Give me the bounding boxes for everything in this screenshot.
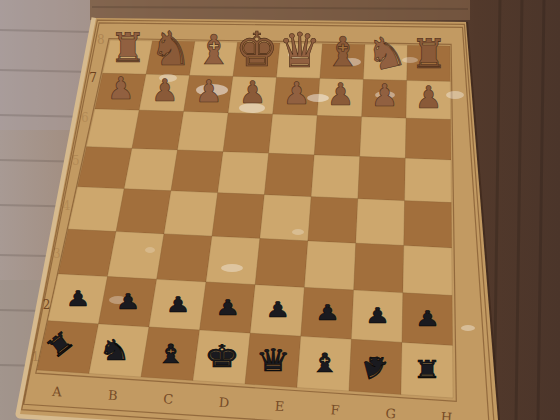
square-h3[interactable] (403, 246, 452, 296)
piece-white-knight[interactable]: ♞ (150, 21, 192, 76)
square-e3[interactable] (255, 239, 308, 288)
square-a3[interactable] (58, 229, 116, 276)
dust-smudge (461, 325, 475, 331)
square-h6[interactable] (405, 118, 451, 160)
piece-black-bishop[interactable]: ♝ (156, 338, 186, 368)
rank-label-5: 5 (72, 154, 80, 168)
square-b5[interactable] (124, 148, 177, 190)
square-a4[interactable] (68, 187, 124, 232)
square-e5[interactable] (264, 153, 314, 196)
rank-label-1: 1 (32, 350, 40, 364)
wood-grain-line (538, 0, 544, 420)
square-a6[interactable] (86, 109, 139, 148)
square-f5[interactable] (311, 155, 360, 199)
piece-black-king[interactable]: ♚ (204, 339, 240, 375)
dust-smudge (446, 91, 464, 99)
square-b6[interactable] (132, 110, 184, 150)
square-d5[interactable] (218, 152, 269, 195)
piece-white-bishop[interactable]: ♝ (324, 28, 361, 76)
square-h4[interactable] (404, 201, 452, 248)
piece-white-pawn[interactable]: ♟ (195, 73, 223, 109)
square-a5[interactable] (78, 147, 133, 189)
square-b3[interactable] (108, 232, 165, 280)
piece-white-pawn[interactable]: ♟ (107, 70, 135, 106)
square-d4[interactable] (212, 193, 264, 239)
file-label-a: A (51, 384, 63, 400)
square-h5[interactable] (405, 158, 452, 202)
piece-white-rook[interactable]: ♜ (110, 24, 147, 72)
piece-black-pawn[interactable]: ♟ (365, 303, 390, 328)
piece-white-pawn[interactable]: ♟ (239, 74, 267, 110)
piece-black-pawn[interactable]: ♟ (115, 289, 140, 314)
square-f4[interactable] (308, 197, 358, 244)
piece-white-pawn[interactable]: ♟ (151, 72, 179, 108)
piece-black-pawn[interactable]: ♟ (315, 300, 340, 325)
rank-label-3: 3 (53, 247, 61, 261)
rank-label-8: 8 (97, 33, 105, 47)
square-d3[interactable] (206, 236, 260, 285)
square-g5[interactable] (358, 157, 406, 201)
square-g3[interactable] (354, 243, 404, 293)
file-label-h: H (440, 409, 452, 420)
table-surface: ABCDEFGH87654321♜♞♝♚♛♝♞♜♟♟♟♟♟♟♟♟♟♟♟♟♟♟♟♟… (0, 0, 560, 420)
square-c3[interactable] (157, 234, 212, 282)
piece-white-pawn[interactable]: ♟ (283, 75, 311, 111)
square-e4[interactable] (260, 195, 311, 241)
piece-black-pawn[interactable]: ♟ (215, 295, 240, 320)
rank-label-6: 6 (81, 111, 89, 125)
square-e6[interactable] (269, 114, 318, 155)
piece-black-pawn[interactable]: ♟ (66, 286, 91, 311)
piece-black-queen[interactable]: ♛ (255, 342, 291, 378)
file-label-b: B (108, 387, 119, 403)
piece-white-rook[interactable]: ♜ (410, 30, 447, 78)
dust-smudge (292, 229, 304, 235)
square-c4[interactable] (164, 191, 218, 236)
piece-white-king[interactable]: ♚ (235, 21, 278, 77)
square-g4[interactable] (356, 199, 405, 246)
piece-black-pawn[interactable]: ♟ (165, 292, 190, 317)
square-f3[interactable] (304, 241, 355, 290)
file-label-d: D (218, 395, 229, 411)
dust-smudge (145, 247, 155, 253)
file-label-e: E (274, 398, 285, 414)
rank-label-7: 7 (89, 71, 97, 85)
piece-black-pawn[interactable]: ♟ (265, 297, 290, 322)
square-f6[interactable] (314, 116, 361, 157)
rank-label-4: 4 (63, 199, 71, 213)
piece-black-knight[interactable]: ♞ (98, 333, 131, 367)
square-c6[interactable] (178, 112, 229, 152)
piece-white-pawn[interactable]: ♟ (415, 79, 443, 115)
file-label-c: C (163, 391, 174, 407)
piece-white-pawn[interactable]: ♟ (327, 76, 355, 112)
chessboard: ABCDEFGH87654321♜♞♝♚♛♝♞♜♟♟♟♟♟♟♟♟♟♟♟♟♟♟♟♟… (0, 0, 560, 420)
file-label-f: F (330, 402, 340, 418)
file-label-g: G (385, 406, 396, 420)
piece-white-pawn[interactable]: ♟ (371, 77, 399, 113)
piece-white-queen[interactable]: ♛ (278, 22, 321, 78)
table-plank-top (90, 0, 470, 20)
piece-black-rook[interactable]: ♜ (413, 355, 442, 384)
rank-label-2: 2 (43, 298, 51, 312)
wood-grain-line (516, 0, 522, 420)
square-b4[interactable] (116, 189, 171, 234)
square-g6[interactable] (360, 117, 406, 158)
piece-black-bishop[interactable]: ♝ (309, 348, 339, 378)
piece-black-pawn[interactable]: ♟ (415, 306, 440, 331)
square-c5[interactable] (171, 150, 223, 193)
piece-white-bishop[interactable]: ♝ (196, 26, 233, 74)
square-d6[interactable] (223, 113, 273, 153)
dust-smudge (221, 264, 243, 272)
